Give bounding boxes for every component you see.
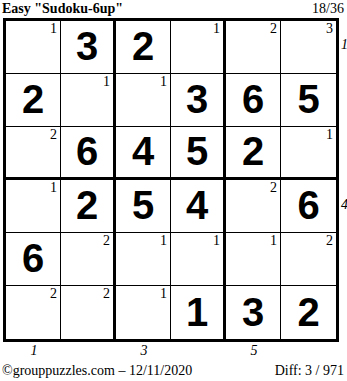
cell-r3c4[interactable]: 5	[171, 127, 226, 180]
given-digit: 2	[116, 21, 170, 73]
corner-mark: 1	[160, 286, 167, 302]
cell-r3c5[interactable]: 2	[226, 127, 281, 180]
cell-r1c2[interactable]: 3	[61, 21, 116, 74]
cell-r2c6[interactable]: 5	[281, 74, 336, 127]
cell-r6c4[interactable]: 1	[171, 286, 226, 339]
corner-mark: 1	[160, 74, 167, 90]
cell-r5c3[interactable]: 1	[116, 233, 171, 286]
difficulty-text: Diff: 3 / 971	[275, 363, 344, 379]
row-label-4: 4	[341, 197, 347, 213]
corner-mark: 2	[270, 21, 277, 37]
cell-r6c3[interactable]: 1	[116, 286, 171, 339]
given-digit: 6	[226, 74, 280, 126]
corner-mark: 1	[50, 180, 57, 196]
cell-r3c2[interactable]: 6	[61, 127, 116, 180]
given-digit: 5	[116, 180, 170, 232]
row-label-1: 1	[341, 37, 347, 53]
copyright-text: ©grouppuzzles.com – 12/11/2020	[2, 363, 192, 379]
cell-r5c5[interactable]: 1	[226, 233, 281, 286]
given-count: 18/36	[312, 1, 344, 17]
given-digit: 1	[171, 286, 223, 339]
cell-r4c4[interactable]: 4	[171, 180, 226, 233]
col-label-1: 1	[31, 343, 38, 359]
corner-mark: 2	[103, 286, 110, 302]
corner-mark: 1	[160, 233, 167, 249]
given-digit: 5	[171, 127, 223, 177]
cell-r1c3[interactable]: 2	[116, 21, 171, 74]
puzzle-title: Easy "Sudoku-6up"	[2, 1, 123, 17]
cell-r4c3[interactable]: 5	[116, 180, 171, 233]
cell-r2c2[interactable]: 1	[61, 74, 116, 127]
cell-r1c5[interactable]: 2	[226, 21, 281, 74]
cell-r1c1[interactable]: 1	[6, 21, 61, 74]
cell-r6c5[interactable]: 3	[226, 286, 281, 339]
cell-r1c6[interactable]: 3	[281, 21, 336, 74]
cell-r5c2[interactable]: 2	[61, 233, 116, 286]
puzzle-page: Easy "Sudoku-6up" 18/36 1321232113652645…	[0, 0, 347, 381]
given-digit: 2	[281, 286, 336, 339]
cell-r6c1[interactable]: 2	[6, 286, 61, 339]
cell-r3c6[interactable]: 1	[281, 127, 336, 180]
col-label-5: 5	[251, 343, 258, 359]
sudoku-grid: 132123211365264521125426621112221132	[3, 18, 339, 342]
given-digit: 6	[6, 233, 60, 285]
corner-mark: 1	[270, 233, 277, 249]
given-digit: 3	[171, 74, 223, 126]
corner-mark: 2	[103, 233, 110, 249]
corner-mark: 3	[326, 21, 333, 37]
given-digit: 4	[116, 127, 170, 177]
corner-mark: 1	[326, 127, 333, 143]
cell-r4c1[interactable]: 1	[6, 180, 61, 233]
corner-mark: 2	[50, 286, 57, 302]
cell-r3c1[interactable]: 2	[6, 127, 61, 180]
corner-mark: 1	[213, 21, 220, 37]
cell-r2c3[interactable]: 1	[116, 74, 171, 127]
given-digit: 4	[171, 180, 223, 232]
cell-r2c1[interactable]: 2	[6, 74, 61, 127]
cell-r2c4[interactable]: 3	[171, 74, 226, 127]
given-digit: 2	[6, 74, 60, 126]
cell-r4c5[interactable]: 2	[226, 180, 281, 233]
given-digit: 5	[281, 74, 336, 126]
given-digit: 6	[281, 180, 336, 232]
corner-mark: 2	[270, 180, 277, 196]
given-digit: 3	[61, 21, 113, 73]
col-label-3: 3	[141, 343, 148, 359]
cell-r5c6[interactable]: 2	[281, 233, 336, 286]
cell-r5c1[interactable]: 6	[6, 233, 61, 286]
cell-r6c6[interactable]: 2	[281, 286, 336, 339]
cell-r6c2[interactable]: 2	[61, 286, 116, 339]
cell-r4c2[interactable]: 2	[61, 180, 116, 233]
given-digit: 2	[61, 180, 113, 232]
cell-r1c4[interactable]: 1	[171, 21, 226, 74]
given-digit: 6	[61, 127, 113, 177]
cell-r2c5[interactable]: 6	[226, 74, 281, 127]
given-digit: 3	[226, 286, 280, 339]
corner-mark: 1	[213, 233, 220, 249]
corner-mark: 2	[50, 127, 57, 143]
given-digit: 2	[226, 127, 280, 177]
corner-mark: 2	[326, 233, 333, 249]
cell-r3c3[interactable]: 4	[116, 127, 171, 180]
corner-mark: 1	[50, 21, 57, 37]
cell-r5c4[interactable]: 1	[171, 233, 226, 286]
cell-r4c6[interactable]: 6	[281, 180, 336, 233]
corner-mark: 1	[103, 74, 110, 90]
